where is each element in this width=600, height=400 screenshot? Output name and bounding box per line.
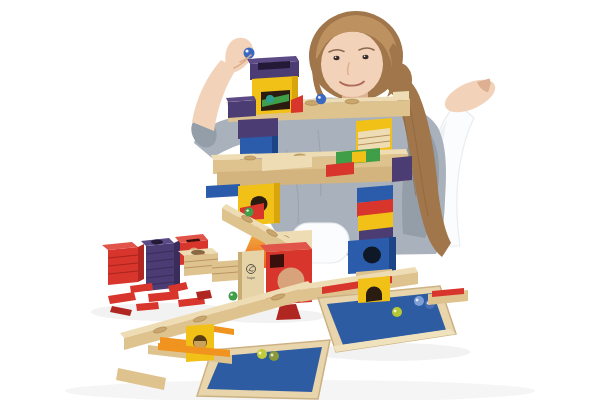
rail-divot: [345, 99, 359, 104]
blue-marble-on-rail: [316, 94, 326, 104]
logo-text: hape: [247, 276, 255, 280]
wood-stack2: [212, 260, 238, 282]
face: [321, 31, 383, 97]
purple-stack-hole: [151, 239, 163, 244]
photo-illustration: hape: [0, 0, 600, 400]
arch-hole: [366, 286, 382, 302]
marble-glint: [246, 209, 248, 211]
right-eye: [363, 55, 369, 59]
blue-stick: [206, 184, 240, 198]
yellow-green-marble: [269, 351, 279, 361]
purple-end-block: [392, 156, 412, 182]
rail-divot: [244, 156, 256, 160]
green-marble-on-rail: [229, 292, 238, 301]
yellow-green-marble: [392, 307, 402, 317]
purple-stack-side: [174, 240, 180, 288]
red-block-tower: [102, 242, 144, 285]
green-rail-yellow-stripe: [352, 151, 366, 163]
marble-glint: [230, 293, 232, 295]
left-eye: [334, 56, 340, 60]
red-cube-hole: [270, 254, 284, 268]
block-hole: [363, 247, 381, 264]
yellow-green-marble: [257, 349, 267, 359]
glass-blue-marble: [414, 296, 424, 306]
marble-glint: [318, 96, 321, 99]
wooden-step-piece: [358, 128, 390, 151]
blue-block-shade: [389, 237, 396, 271]
red-tower-side: [138, 244, 144, 282]
yellow-block-shade: [274, 183, 280, 223]
top-rail-end-block: [393, 91, 409, 100]
left-eye-glint: [335, 57, 337, 59]
purple-cap-block: [238, 118, 278, 139]
right-eye-glint: [364, 56, 366, 58]
right-pillar-foot: [358, 276, 390, 303]
purple-ring-stack: [141, 238, 180, 291]
held-marble-glint: [245, 49, 248, 52]
teal-marble-in-funnel: [266, 95, 274, 103]
green-marble-on-ramp: [245, 208, 254, 217]
product-photo: hape: [0, 0, 600, 400]
purple-rim-left: [228, 100, 256, 118]
